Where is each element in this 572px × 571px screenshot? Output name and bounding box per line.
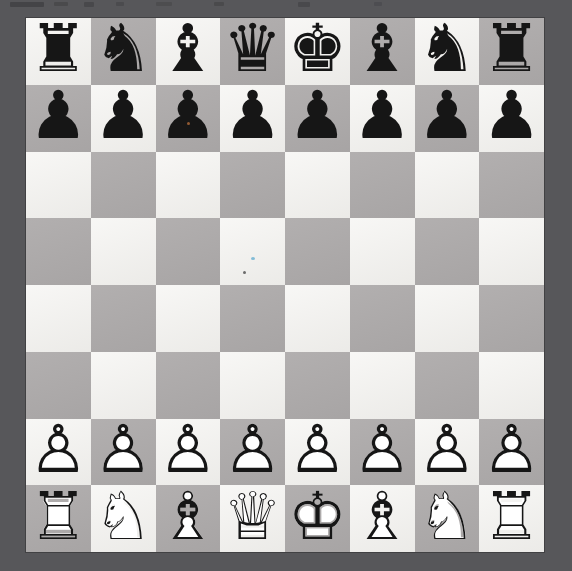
square-g2[interactable]: ♟♙ (415, 419, 480, 486)
square-c2[interactable]: ♟♙ (156, 419, 221, 486)
piece-white-pawn: ♟♙ (288, 419, 347, 485)
square-e6[interactable] (285, 152, 350, 219)
square-b4[interactable] (91, 285, 156, 352)
piece-black-pawn: ♟ (288, 85, 347, 151)
square-c7[interactable]: ♟ (156, 85, 221, 152)
square-g4[interactable] (415, 285, 480, 352)
square-b6[interactable] (91, 152, 156, 219)
piece-black-bishop: ♝ (158, 18, 217, 84)
square-b1[interactable]: ♞♘ (91, 485, 156, 552)
square-e5[interactable] (285, 218, 350, 285)
square-e8[interactable]: ♚ (285, 18, 350, 85)
square-a4[interactable] (26, 285, 91, 352)
square-c5[interactable] (156, 218, 221, 285)
square-f4[interactable] (350, 285, 415, 352)
piece-black-knight: ♞ (417, 18, 476, 84)
piece-black-pawn: ♟ (29, 85, 88, 151)
square-f3[interactable] (350, 352, 415, 419)
piece-white-queen: ♛♕ (223, 486, 282, 552)
piece-white-pawn: ♟♙ (158, 419, 217, 485)
square-c4[interactable] (156, 285, 221, 352)
square-h3[interactable] (479, 352, 544, 419)
piece-white-pawn: ♟♙ (223, 419, 282, 485)
square-d6[interactable] (220, 152, 285, 219)
piece-black-queen: ♛ (223, 18, 282, 84)
piece-white-bishop: ♝♗ (353, 486, 412, 552)
square-g3[interactable] (415, 352, 480, 419)
square-h2[interactable]: ♟♙ (479, 419, 544, 486)
square-a7[interactable]: ♟ (26, 85, 91, 152)
piece-white-pawn: ♟♙ (29, 419, 88, 485)
square-f7[interactable]: ♟ (350, 85, 415, 152)
square-e4[interactable] (285, 285, 350, 352)
square-a6[interactable] (26, 152, 91, 219)
square-a2[interactable]: ♟♙ (26, 419, 91, 486)
square-e3[interactable] (285, 352, 350, 419)
square-e2[interactable]: ♟♙ (285, 419, 350, 486)
square-f8[interactable]: ♝ (350, 18, 415, 85)
chess-board: ♜♞♝♛♚♝♞♜♟♟♟♟♟♟♟♟♟♙♟♙♟♙♟♙♟♙♟♙♟♙♟♙♜♖♞♘♝♗♛♕… (26, 18, 544, 552)
piece-black-pawn: ♟ (94, 85, 153, 151)
square-a8[interactable]: ♜ (26, 18, 91, 85)
piece-black-bishop: ♝ (353, 18, 412, 84)
square-d7[interactable]: ♟ (220, 85, 285, 152)
square-c8[interactable]: ♝ (156, 18, 221, 85)
square-h4[interactable] (479, 285, 544, 352)
piece-white-pawn: ♟♙ (417, 419, 476, 485)
square-e1[interactable]: ♚♔ (285, 485, 350, 552)
square-b7[interactable]: ♟ (91, 85, 156, 152)
square-g6[interactable] (415, 152, 480, 219)
piece-black-king: ♚ (288, 18, 347, 84)
piece-white-pawn: ♟♙ (482, 419, 541, 485)
scan-artifact-speck (187, 122, 190, 125)
square-a1[interactable]: ♜♖ (26, 485, 91, 552)
square-f6[interactable] (350, 152, 415, 219)
square-h5[interactable] (479, 218, 544, 285)
square-c3[interactable] (156, 352, 221, 419)
square-g8[interactable]: ♞ (415, 18, 480, 85)
chess-diagram-scan: ♜♞♝♛♚♝♞♜♟♟♟♟♟♟♟♟♟♙♟♙♟♙♟♙♟♙♟♙♟♙♟♙♜♖♞♘♝♗♛♕… (0, 0, 572, 571)
piece-white-king: ♚♔ (288, 486, 347, 552)
square-c1[interactable]: ♝♗ (156, 485, 221, 552)
scan-artifact-speck (243, 271, 246, 274)
square-c6[interactable] (156, 152, 221, 219)
square-b5[interactable] (91, 218, 156, 285)
square-d5[interactable] (220, 218, 285, 285)
piece-white-rook: ♜♖ (29, 486, 88, 552)
scan-artifact-speck (251, 257, 255, 260)
scan-cutoff-print-marks (6, 1, 426, 8)
square-b2[interactable]: ♟♙ (91, 419, 156, 486)
piece-black-rook: ♜ (482, 18, 541, 84)
square-b8[interactable]: ♞ (91, 18, 156, 85)
square-d4[interactable] (220, 285, 285, 352)
piece-black-rook: ♜ (29, 18, 88, 84)
square-g7[interactable]: ♟ (415, 85, 480, 152)
square-b3[interactable] (91, 352, 156, 419)
piece-black-pawn: ♟ (353, 85, 412, 151)
square-d2[interactable]: ♟♙ (220, 419, 285, 486)
piece-white-rook: ♜♖ (482, 486, 541, 552)
square-g1[interactable]: ♞♘ (415, 485, 480, 552)
piece-white-knight: ♞♘ (94, 486, 153, 552)
piece-black-pawn: ♟ (417, 85, 476, 151)
square-h7[interactable]: ♟ (479, 85, 544, 152)
square-d8[interactable]: ♛ (220, 18, 285, 85)
piece-white-bishop: ♝♗ (158, 486, 217, 552)
square-a5[interactable] (26, 218, 91, 285)
square-f5[interactable] (350, 218, 415, 285)
square-d3[interactable] (220, 352, 285, 419)
square-f1[interactable]: ♝♗ (350, 485, 415, 552)
piece-black-knight: ♞ (94, 18, 153, 84)
square-a3[interactable] (26, 352, 91, 419)
piece-black-pawn: ♟ (223, 85, 282, 151)
piece-white-pawn: ♟♙ (353, 419, 412, 485)
square-d1[interactable]: ♛♕ (220, 485, 285, 552)
piece-white-knight: ♞♘ (417, 486, 476, 552)
square-h6[interactable] (479, 152, 544, 219)
square-h1[interactable]: ♜♖ (479, 485, 544, 552)
square-e7[interactable]: ♟ (285, 85, 350, 152)
square-f2[interactable]: ♟♙ (350, 419, 415, 486)
piece-black-pawn: ♟ (158, 85, 217, 151)
square-h8[interactable]: ♜ (479, 18, 544, 85)
piece-white-pawn: ♟♙ (94, 419, 153, 485)
square-g5[interactable] (415, 218, 480, 285)
piece-black-pawn: ♟ (482, 85, 541, 151)
